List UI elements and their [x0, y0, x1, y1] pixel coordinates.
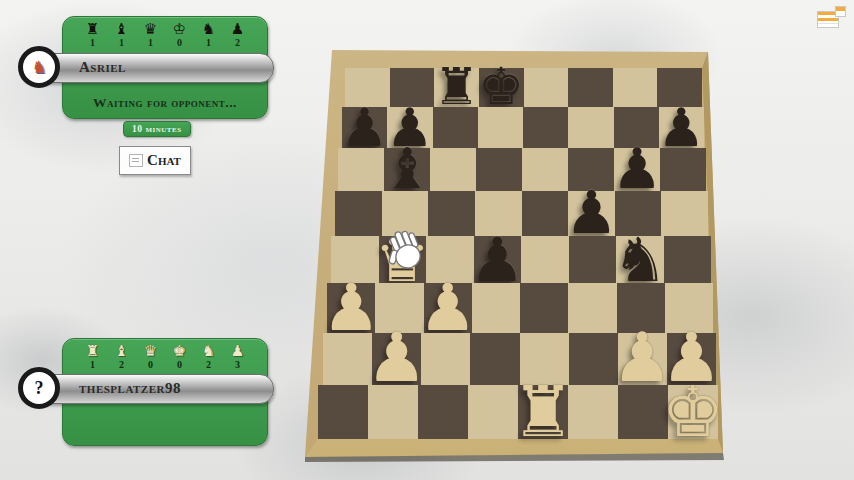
- captured-king: ♚0: [171, 344, 189, 370]
- square-e1[interactable]: ♜: [518, 385, 568, 439]
- pawn-icon: ♟: [231, 344, 244, 359]
- square-c5[interactable]: [428, 191, 475, 236]
- captured-count: 2: [206, 360, 211, 370]
- game-screen: ♜♚♟♟♟♝♟♟♛♟♞♟♟♟♟♟♜♚ ♜1♝1♛1♔0♞1♟2 Waiting …: [0, 0, 854, 480]
- square-g1[interactable]: [618, 385, 668, 439]
- square-b2[interactable]: ♟: [372, 333, 421, 385]
- square-a2[interactable]: [323, 333, 372, 385]
- square-h6[interactable]: [660, 148, 706, 191]
- piece-black-pawn[interactable]: ♟: [612, 141, 662, 197]
- moves-panel-icon-tab: [835, 6, 846, 17]
- knight-icon: ♞: [202, 22, 215, 37]
- chess-board: ♜♚♟♟♟♝♟♟♛♟♞♟♟♟♟♟♜♚: [305, 45, 725, 463]
- captured-count: 0: [148, 360, 153, 370]
- square-f8[interactable]: [568, 68, 613, 107]
- captured-rook: ♜1: [84, 22, 102, 48]
- square-c2[interactable]: [421, 333, 470, 385]
- captured-count: 1: [206, 38, 211, 48]
- square-c7[interactable]: [433, 107, 478, 148]
- moves-panel-icon[interactable]: [817, 6, 847, 31]
- piece-black-pawn[interactable]: ♟: [565, 183, 618, 242]
- square-e3[interactable]: [520, 283, 568, 333]
- square-f3[interactable]: [568, 283, 616, 333]
- board-squares: ♜♚♟♟♟♝♟♟♛♟♞♟♟♟♟♟♜♚: [305, 68, 725, 439]
- square-h4[interactable]: [664, 236, 712, 283]
- hand-cursor: [383, 227, 429, 275]
- captured-pawn: ♟3: [229, 344, 247, 370]
- captured-count: 2: [119, 360, 124, 370]
- square-g2[interactable]: ♟: [618, 333, 667, 385]
- square-b1[interactable]: [368, 385, 418, 439]
- question-mark-icon: ?: [35, 378, 44, 399]
- square-c1[interactable]: [418, 385, 468, 439]
- knight-logo-icon: ♞: [31, 59, 46, 76]
- chat-label: Chat: [147, 152, 181, 169]
- square-d6[interactable]: [476, 148, 522, 191]
- square-f2[interactable]: [569, 333, 618, 385]
- pawn-icon: ♟: [231, 22, 244, 37]
- square-c3[interactable]: ♟: [424, 283, 472, 333]
- square-h7[interactable]: ♟: [659, 107, 704, 148]
- captured-count: 0: [177, 360, 182, 370]
- captured-queen: ♛1: [142, 22, 160, 48]
- square-f1[interactable]: [568, 385, 618, 439]
- player-name-top: Asriel: [79, 54, 273, 81]
- captured-count: 1: [90, 360, 95, 370]
- square-d3[interactable]: [472, 283, 520, 333]
- square-d8[interactable]: ♚: [479, 68, 524, 107]
- square-g6[interactable]: ♟: [614, 148, 660, 191]
- captured-count: 3: [235, 360, 240, 370]
- piece-black-rook[interactable]: ♜: [434, 61, 480, 112]
- queen-icon: ♛: [144, 344, 157, 359]
- captured-count: 1: [90, 38, 95, 48]
- captured-knight: ♞1: [200, 22, 218, 48]
- chat-button[interactable]: Chat: [119, 146, 191, 175]
- captured-pawn: ♟2: [229, 22, 247, 48]
- square-e4[interactable]: [521, 236, 569, 283]
- captured-count: 0: [177, 38, 182, 48]
- square-a6[interactable]: [338, 148, 384, 191]
- square-d4[interactable]: ♟: [474, 236, 522, 283]
- square-f5[interactable]: ♟: [568, 191, 615, 236]
- queen-icon: ♛: [144, 22, 157, 37]
- square-d7[interactable]: [478, 107, 523, 148]
- player-status: Waiting for opponent...: [63, 95, 267, 111]
- king-icon: ♔: [173, 22, 186, 37]
- square-e6[interactable]: [522, 148, 568, 191]
- captured-tray-black: ♜1♝1♛1♔0♞1♟2: [63, 22, 267, 48]
- bishop-icon: ♝: [115, 344, 128, 359]
- captured-bishop: ♝2: [113, 344, 131, 370]
- piece-white-king[interactable]: ♚: [662, 377, 725, 447]
- square-c8[interactable]: ♜: [434, 68, 479, 107]
- square-f4[interactable]: [569, 236, 617, 283]
- square-e7[interactable]: [523, 107, 568, 148]
- knight-icon: ♞: [202, 344, 215, 359]
- square-c6[interactable]: [430, 148, 476, 191]
- piece-black-king[interactable]: ♚: [478, 61, 524, 112]
- piece-white-pawn[interactable]: ♟: [366, 324, 427, 392]
- piece-white-pawn[interactable]: ♟: [418, 275, 476, 340]
- piece-white-rook[interactable]: ♜: [512, 377, 575, 447]
- king-icon: ♚: [173, 344, 186, 359]
- rook-icon: ♜: [86, 344, 99, 359]
- avatar-bottom[interactable]: ?: [18, 367, 60, 409]
- avatar-top[interactable]: ♞: [18, 46, 60, 88]
- rook-icon: ♜: [86, 22, 99, 37]
- captured-king: ♔0: [171, 22, 189, 48]
- captured-queen: ♛0: [142, 344, 160, 370]
- captured-bishop: ♝1: [113, 22, 131, 48]
- square-a1[interactable]: [318, 385, 368, 439]
- chat-icon: [129, 154, 143, 167]
- square-d1[interactable]: [468, 385, 518, 439]
- square-b6[interactable]: ♝: [384, 148, 430, 191]
- captured-knight: ♞2: [200, 344, 218, 370]
- piece-black-bishop[interactable]: ♝: [382, 141, 432, 197]
- bishop-icon: ♝: [115, 22, 128, 37]
- square-g8[interactable]: [613, 68, 658, 107]
- piece-black-pawn[interactable]: ♟: [658, 101, 706, 154]
- square-a7[interactable]: ♟: [342, 107, 387, 148]
- square-h5[interactable]: [661, 191, 708, 236]
- player-name-bottom: thesplatzer98: [79, 375, 273, 402]
- square-e8[interactable]: [524, 68, 569, 107]
- square-h1[interactable]: ♚: [668, 385, 718, 439]
- captured-count: 2: [235, 38, 240, 48]
- square-f7[interactable]: [568, 107, 613, 148]
- captured-tray-white: ♜1♝2♛0♚0♞2♟3: [63, 344, 267, 370]
- piece-black-knight[interactable]: ♞: [612, 229, 667, 290]
- piece-black-pawn[interactable]: ♟: [470, 229, 525, 290]
- square-e5[interactable]: [522, 191, 569, 236]
- captured-count: 1: [148, 38, 153, 48]
- captured-count: 1: [119, 38, 124, 48]
- square-g4[interactable]: ♞: [616, 236, 664, 283]
- time-control-badge: 10 minutes: [123, 121, 191, 137]
- captured-rook: ♜1: [84, 344, 102, 370]
